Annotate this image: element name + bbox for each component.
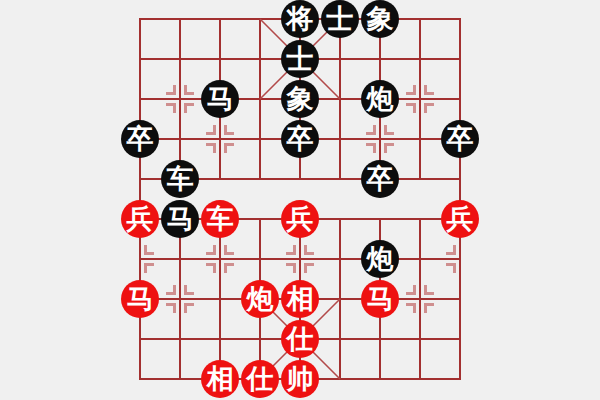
piece-red[interactable]: 兵: [441, 200, 479, 238]
piece-black[interactable]: 将: [281, 0, 319, 38]
point-marker-bracket: [406, 303, 416, 313]
point-marker-bracket: [206, 245, 216, 255]
board-cell: [219, 18, 259, 58]
board-cell: [379, 338, 419, 380]
point-marker-bracket: [406, 103, 416, 113]
piece-black[interactable]: 卒: [281, 120, 319, 158]
point-marker-bracket: [224, 125, 234, 135]
point-marker-bracket: [304, 245, 314, 255]
piece-black[interactable]: 象: [281, 80, 319, 118]
point-marker-bracket: [366, 125, 376, 135]
piece-black[interactable]: 炮: [361, 80, 399, 118]
point-marker-bracket: [424, 85, 434, 95]
board-cell: [339, 338, 379, 380]
point-marker-bracket: [406, 85, 416, 95]
point-marker-bracket: [424, 103, 434, 113]
point-marker-bracket: [184, 103, 194, 113]
piece-black[interactable]: 卒: [121, 120, 159, 158]
piece-red[interactable]: 兵: [281, 200, 319, 238]
point-marker-bracket: [446, 245, 456, 255]
piece-black[interactable]: 士: [321, 0, 359, 38]
point-marker-bracket: [144, 263, 154, 273]
point-marker-bracket: [206, 125, 216, 135]
point-marker-bracket: [424, 285, 434, 295]
point-marker-bracket: [166, 303, 176, 313]
xiangqi-screenshot: 将士象士马象炮卒卒卒车卒马炮兵车兵兵马炮相马仕相仕帅: [0, 0, 600, 400]
piece-red[interactable]: 马: [361, 280, 399, 318]
board-cell: [139, 18, 179, 58]
board-cell: [419, 338, 461, 380]
point-marker-bracket: [224, 245, 234, 255]
piece-black[interactable]: 象: [361, 0, 399, 38]
point-marker-bracket: [144, 245, 154, 255]
piece-black[interactable]: 卒: [361, 160, 399, 198]
point-marker-bracket: [166, 285, 176, 295]
piece-black[interactable]: 士: [281, 40, 319, 78]
board-cell: [419, 18, 461, 58]
point-marker-bracket: [166, 103, 176, 113]
board-cell: [139, 338, 179, 380]
point-marker-bracket: [184, 285, 194, 295]
piece-black[interactable]: 马: [161, 200, 199, 238]
point-marker-bracket: [366, 143, 376, 153]
piece-red[interactable]: 炮: [241, 280, 279, 318]
point-marker-bracket: [446, 263, 456, 273]
piece-red[interactable]: 仕: [241, 360, 279, 398]
point-marker-bracket: [384, 143, 394, 153]
piece-red[interactable]: 马: [121, 280, 159, 318]
point-marker-bracket: [384, 125, 394, 135]
point-marker-bracket: [206, 263, 216, 273]
point-marker-bracket: [406, 285, 416, 295]
piece-black[interactable]: 车: [161, 160, 199, 198]
point-marker-bracket: [184, 303, 194, 313]
point-marker-bracket: [206, 143, 216, 153]
point-marker-bracket: [286, 245, 296, 255]
piece-red[interactable]: 车: [201, 200, 239, 238]
point-marker-bracket: [224, 143, 234, 153]
piece-black[interactable]: 炮: [361, 240, 399, 278]
point-marker-bracket: [304, 263, 314, 273]
point-marker-bracket: [424, 303, 434, 313]
piece-black[interactable]: 马: [201, 80, 239, 118]
point-marker-bracket: [184, 85, 194, 95]
board-cell: [179, 18, 219, 58]
piece-red[interactable]: 仕: [281, 320, 319, 358]
piece-black[interactable]: 卒: [441, 120, 479, 158]
piece-red[interactable]: 相: [281, 280, 319, 318]
piece-red[interactable]: 相: [201, 360, 239, 398]
piece-red[interactable]: 帅: [281, 360, 319, 398]
point-marker-bracket: [286, 263, 296, 273]
point-marker-bracket: [166, 85, 176, 95]
point-marker-bracket: [224, 263, 234, 273]
piece-red[interactable]: 兵: [121, 200, 159, 238]
